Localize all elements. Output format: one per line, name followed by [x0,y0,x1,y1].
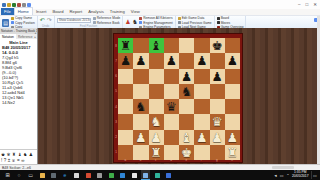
square-g5[interactable] [210,84,225,99]
black-pawn-b7[interactable]: ♟ [135,53,146,68]
tray-network-icon[interactable]: ▭ [280,173,284,178]
qat-icon-0[interactable] [2,3,6,7]
notation-panel: Notation - Training Book 1 ✕ ◂ ▸ Notatio… [0,28,38,164]
tab-board[interactable]: Board [49,8,66,15]
chevron-down-icon: ▾ [89,18,91,22]
square-c5[interactable] [149,84,164,99]
ribbon: ▤Copy GameCopy PositionCopyClipboard↶↷Un… [0,16,320,28]
black-bishop-c8[interactable]: ♝ [151,38,162,53]
black-king-g8[interactable]: ♚ [212,38,223,53]
system-tray: ◄▭⌃ 1:35 PM 20/05/2017 ▭ [273,171,318,179]
button-label: Moves [221,21,230,25]
square-d7[interactable]: ♟ [164,53,179,68]
notification-center-icon[interactable]: ▭ [311,171,318,179]
rank-label-3: 3 [115,120,118,124]
button-label: Engine Management [143,21,172,25]
square-c2[interactable]: ♟ [149,130,164,145]
ribbon-button-moves[interactable]: Moves [217,21,244,25]
button-label: Load Previous Game [182,21,212,25]
black-knight-b4[interactable]: ♞ [135,99,146,114]
app-icon-gray[interactable] [95,170,104,180]
file-label-e: e [186,159,188,163]
qat-icon-3[interactable] [17,3,21,7]
file-label-g: g [216,159,218,163]
app-icon-red[interactable] [84,170,93,180]
tab-view[interactable]: View [128,8,143,15]
rank-label-4: 4 [115,105,118,109]
rank-label-2: 2 [115,135,118,139]
button-icon [217,17,220,20]
rank-label-7: 7 [115,59,118,63]
button-label: Copy Game [15,16,32,20]
annotation-button[interactable]: ! [1,158,2,163]
black-pawn-a7[interactable]: ♟ [120,53,131,68]
notation-panel-title: Notation - Training Book 1 [1,29,37,33]
tab-report[interactable]: Report [67,8,86,15]
square-g4[interactable] [210,99,225,114]
minimize-button[interactable]: – [298,0,301,9]
white-pawn-h2[interactable]: ♟ [227,130,238,145]
file-label-a: a [125,159,127,163]
square-f1[interactable] [194,145,209,160]
square-a3[interactable] [118,114,133,129]
square-b7[interactable]: ♟ [133,53,148,68]
qat-icon-4[interactable] [22,3,26,7]
square-b3[interactable] [133,114,148,129]
button-label: Copy Position [15,21,35,25]
ribbon-group-clipboard: ▤Copy GameCopy PositionCopyClipboard [0,16,38,28]
square-e6[interactable]: ♟ [179,69,194,84]
square-d3[interactable] [164,114,179,129]
file-label-c: c [155,159,157,163]
square-d5[interactable] [164,84,179,99]
square-h3[interactable] [225,114,240,129]
ribbon-button-reference-mode[interactable]: Reference Mode [93,16,121,20]
black-pawn-h7[interactable]: ♟ [227,53,238,68]
annotation-button[interactable]: ? [4,158,7,163]
ribbon-button-engine-management[interactable]: Engine Management [139,21,172,25]
square-c3[interactable]: ♞ [149,114,164,129]
tab-file[interactable]: File [1,8,14,15]
square-b8[interactable] [133,38,148,53]
tray-expand-icon[interactable]: ⌃ [286,173,289,178]
annotation-button[interactable]: ♝ [18,152,22,157]
button-label: Edit Game Data [182,16,205,20]
status-text: B48 Sicilian: 2...e6 [2,166,31,170]
square-b4[interactable]: ♞ [133,99,148,114]
white-pawn-g2[interactable]: ♟ [212,130,223,145]
black-knight-e5[interactable]: ♞ [181,84,192,99]
ribbon-button-copy-game[interactable]: Copy Game [11,16,35,20]
taskbar: ⊞○▭e ◄▭⌃ 1:35 PM 20/05/2017 ▭ [0,170,320,180]
button-icon [139,21,142,24]
black-rook-a8[interactable]: ♜ [120,38,131,53]
annotation-button[interactable]: = [17,158,20,163]
default-kibitzer-icon[interactable]: ♟ [125,19,130,26]
square-a6[interactable] [118,69,133,84]
annotation-button[interactable]: ± [8,158,10,163]
toolbar-row-0: ♚♛♜♝♞♟ [1,152,36,157]
file-label-d: d [170,159,172,163]
ribbon-button-board[interactable]: Board [217,16,244,20]
app-icon-navy[interactable] [164,170,173,180]
tab-insert[interactable]: Insert [33,8,49,15]
button-label: Board [221,16,230,20]
square-g3[interactable]: ♛ [210,114,225,129]
redo-icon[interactable]: ↷ [47,17,52,24]
black-pawn-d7[interactable]: ♟ [166,53,177,68]
button-icon [178,21,181,24]
annotation-button[interactable]: ∓ [12,158,16,163]
square-h7[interactable]: ♟ [225,53,240,68]
annotation-button[interactable]: ♞ [23,152,27,157]
chessbase-icon[interactable] [141,170,150,180]
tab-training[interactable]: Training [107,8,128,15]
chess-board-frame: ♜♝♚♟♟♟♟♟♟♟♞♞♛♞♛♟♟♝♟♟♟♜♚♜ 87654321abcdefg… [113,33,243,163]
square-a2[interactable] [118,130,133,145]
ribbon-button-edit-game-data[interactable]: Edit Game Data [178,16,212,20]
ribbon-button-load-previous-game[interactable]: Load Previous Game [178,21,212,25]
file-label-f: f [201,159,202,163]
square-a7[interactable]: ♟ [118,53,133,68]
square-c7[interactable] [149,53,164,68]
task-view-button[interactable]: ▭ [26,170,35,180]
square-f8[interactable] [194,38,209,53]
clock-date: 20/05/2017 [292,175,309,179]
taskbar-clock[interactable]: 1:35 PM 20/05/2017 [292,171,309,179]
ribbon-group-find-position: Show Databases 2013▾Reference ModeRefere… [55,16,124,28]
black-pawn-g6[interactable]: ♟ [212,69,223,84]
square-a8[interactable]: ♜ [118,38,133,53]
app-icon-green[interactable] [107,170,116,180]
rank-label-1: 1 [115,150,118,154]
square-e8[interactable] [179,38,194,53]
annotation-button[interactable]: ♚ [1,152,5,157]
file-label-h: h [231,159,233,163]
button-icon [93,17,96,20]
white-pawn-b2[interactable]: ♟ [135,130,146,145]
button-icon [217,21,220,24]
ribbon-group-database: Edit Game DataLoad Previous GameLoad Nex… [176,16,215,28]
square-c8[interactable]: ♝ [149,38,164,53]
square-c4[interactable] [149,99,164,114]
square-d2[interactable] [164,130,179,145]
add-kibitzer-icon[interactable]: ♞ [132,19,137,26]
square-e5[interactable]: ♞ [179,84,194,99]
annotation-button[interactable]: ♟ [29,152,33,157]
tab-scroll-arrows[interactable]: ◂ ▸ [35,31,38,39]
start-button[interactable]: ⊞ [3,170,12,180]
square-d4[interactable]: ♛ [164,99,179,114]
annotation-button[interactable]: ♛ [7,152,11,157]
button-label: Remove All Kibitzers [143,16,172,20]
notation-toolbar: ♚♛♜♝♞♟!?±∓=∞ [0,149,37,164]
white-pawn-c2[interactable]: ♟ [151,130,162,145]
ribbon-button-copy-position[interactable]: Copy Position [11,21,35,25]
square-a5[interactable] [118,84,133,99]
file-label-b: b [140,159,142,163]
app-icon-teal[interactable] [153,170,162,180]
app-icon-dark[interactable] [49,170,58,180]
black-pawn-f7[interactable]: ♟ [196,53,207,68]
square-h2[interactable]: ♟ [225,130,240,145]
button-icon [11,21,14,24]
tray-volume-icon[interactable]: ◄ [273,173,277,178]
square-b5[interactable] [133,84,148,99]
black-queen-d4[interactable]: ♛ [166,99,177,114]
file-explorer-icon[interactable] [38,170,47,180]
square-e2[interactable]: ♝ [179,130,194,145]
rank-label-5: 5 [115,89,118,93]
paste-icon[interactable]: ▤ [2,19,9,27]
annotation-button[interactable]: ♜ [12,152,16,157]
annotation-button[interactable]: ∞ [21,158,24,163]
square-f2[interactable]: ♟ [194,130,209,145]
square-f5[interactable] [194,84,209,99]
ribbon-group-game-menu: BoardMovesGame OverviewGame Menu [215,16,247,28]
square-f6[interactable] [194,69,209,84]
toolbar-row-1: !?±∓=∞ [1,158,36,163]
move-line[interactable]: 14.Ne2 [2,100,35,105]
taskbar-icons: ⊞○▭e [3,170,173,180]
white-pawn-f2[interactable]: ♟ [196,130,207,145]
tab-home[interactable]: Home [14,7,33,15]
chess-board: ♜♝♚♟♟♟♟♟♟♟♞♞♛♞♛♟♟♝♟♟♟♜♚♜ [118,38,240,160]
square-d8[interactable] [164,38,179,53]
square-c6[interactable] [149,69,164,84]
rank-label-6: 6 [115,74,118,78]
square-g6[interactable]: ♟ [210,69,225,84]
square-b6[interactable] [133,69,148,84]
app-icon-blue[interactable] [118,170,127,180]
close-button[interactable]: ✕ [313,0,317,9]
square-e3[interactable] [179,114,194,129]
qat-icon-1[interactable] [7,3,11,7]
ribbon-group-engines: ♟♞Remove All KibitzersEngine ManagementE… [123,16,175,28]
search-button[interactable]: ○ [15,170,24,180]
square-h6[interactable] [225,69,240,84]
square-d6[interactable] [164,69,179,84]
qat-icon-2[interactable] [12,3,16,7]
app-icon-white[interactable] [130,170,139,180]
edge-icon[interactable]: e [61,170,70,180]
reference-database-dropdown[interactable]: Show Databases 2013▾ [57,18,91,23]
square-b2[interactable]: ♟ [133,130,148,145]
quick-access-toolbar[interactable] [2,3,31,7]
square-g2[interactable]: ♟ [210,130,225,145]
white-bishop-e2[interactable]: ♝ [181,130,192,145]
square-h8[interactable] [225,38,240,53]
move-list[interactable]: Main LineB48 20/05/201714. 0-0-07.Qg4 h5… [0,39,37,149]
square-e7[interactable] [179,53,194,68]
status-slider[interactable] [272,166,294,169]
square-h5[interactable] [225,84,240,99]
app-icon-light[interactable] [72,170,81,180]
square-h4[interactable] [225,99,240,114]
square-a4[interactable] [118,99,133,114]
ribbon-tabs: FileHomeInsertBoardReportAnalysisTrainin… [0,9,320,16]
black-pawn-e6[interactable]: ♟ [181,69,192,84]
button-icon [139,17,142,20]
ribbon-group-undo: ↶↷Undo [38,16,55,28]
square-e4[interactable] [179,99,194,114]
white-knight-c3[interactable]: ♞ [151,114,162,129]
tab-analysis[interactable]: Analysis [85,8,107,15]
square-f7[interactable]: ♟ [194,53,209,68]
white-queen-g3[interactable]: ♛ [212,114,223,129]
undo-icon[interactable]: ↶ [40,17,45,24]
square-f3[interactable] [194,114,209,129]
button-label: Reference Mode [97,16,121,20]
window-controls: –□✕ [298,0,317,9]
square-f4[interactable] [194,99,209,114]
button-icon [178,17,181,20]
maximize-button[interactable]: □ [306,0,309,9]
square-g7[interactable] [210,53,225,68]
qat-icon-5[interactable] [27,3,31,7]
ribbon-button-remove-all-kibitzers[interactable]: Remove All Kibitzers [139,16,172,20]
rank-label-8: 8 [115,44,118,48]
button-icon [11,17,14,20]
dropdown-value: Show Databases 2013 [59,18,89,22]
square-g8[interactable]: ♚ [210,38,225,53]
